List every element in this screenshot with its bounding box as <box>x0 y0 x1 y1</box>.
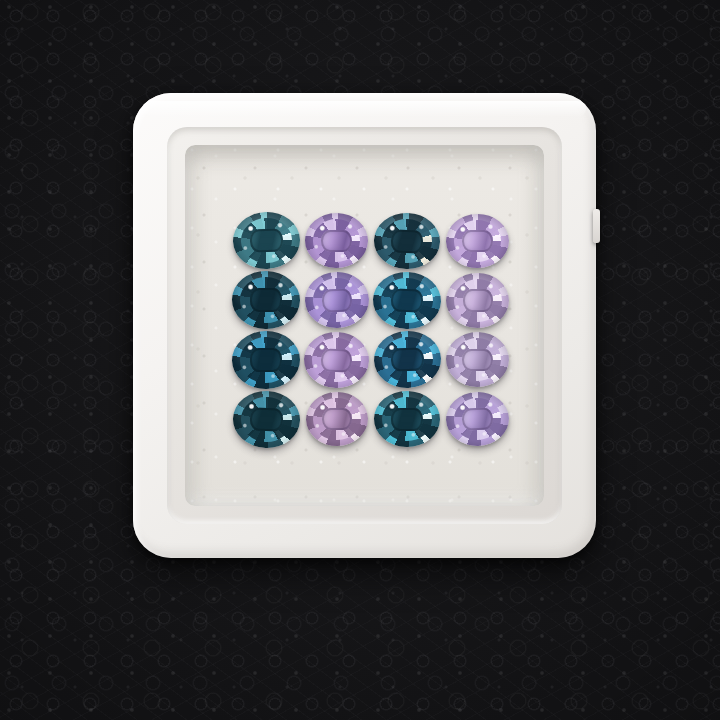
teal-gemstone <box>374 391 441 448</box>
teal-gemstone <box>232 211 301 270</box>
gem-cell-r1c2 <box>302 211 373 271</box>
gem-cell-r2c4 <box>443 271 514 331</box>
gem-cell-r2c3 <box>372 271 443 331</box>
gem-table-facet <box>322 408 352 431</box>
teal-gemstone <box>232 390 301 449</box>
gem-cell-r4c4 <box>443 390 514 450</box>
gem-table-facet <box>462 348 493 371</box>
lavender-gemstone <box>446 213 510 268</box>
gem-table-facet <box>462 230 493 253</box>
lavender-gemstone <box>446 273 509 328</box>
teal-gemstone <box>232 271 301 330</box>
gem-table-facet <box>250 288 283 312</box>
gem-table-facet <box>321 229 352 252</box>
teal-gemstone <box>373 330 442 389</box>
gem-cell-r2c1 <box>231 271 302 331</box>
lavender-gemstone <box>303 331 370 389</box>
gem-table-facet <box>391 408 423 432</box>
gem-table-facet <box>391 348 424 372</box>
gem-cell-r1c3 <box>372 211 443 271</box>
lavender-gemstone <box>304 271 370 329</box>
lavender-gemstone <box>305 392 368 447</box>
gem-cell-r4c1 <box>231 390 302 450</box>
gem-cell-r4c3 <box>372 390 443 450</box>
gem-cell-r3c1 <box>231 330 302 390</box>
lavender-gemstone <box>445 391 510 447</box>
lavender-gemstone <box>446 332 510 388</box>
gem-cell-r1c1 <box>231 211 302 271</box>
gem-table-facet <box>321 289 353 313</box>
gem-table-facet <box>250 348 283 372</box>
gem-table-facet <box>462 408 493 431</box>
gem-cell-r3c4 <box>443 330 514 390</box>
gem-cell-r2c2 <box>302 271 373 331</box>
gem-table-facet <box>321 348 353 372</box>
gem-table-facet <box>250 229 283 253</box>
gem-table-facet <box>391 288 424 312</box>
scene <box>0 0 720 720</box>
teal-gemstone <box>232 330 301 389</box>
gem-display-box <box>133 93 596 558</box>
lavender-gemstone <box>305 213 369 269</box>
gem-table-facet <box>250 407 283 431</box>
gem-cell-r1c4 <box>443 211 514 271</box>
gem-grid <box>231 211 513 449</box>
gem-cell-r4c2 <box>302 390 373 450</box>
box-lip-highlight <box>143 101 586 117</box>
gem-table-facet <box>463 289 493 312</box>
gem-cell-r3c2 <box>302 330 373 390</box>
teal-gemstone <box>372 271 442 330</box>
teal-gemstone <box>373 212 441 270</box>
gem-table-facet <box>391 229 423 253</box>
box-hinge-tab <box>593 209 600 243</box>
gem-cell-r3c3 <box>372 330 443 390</box>
